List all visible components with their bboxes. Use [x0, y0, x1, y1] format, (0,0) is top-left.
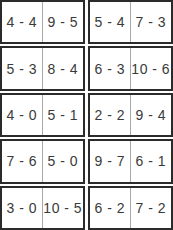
problem-cell: 3 - 0	[2, 188, 43, 228]
flashcard-sheet: 4 - 4 9 - 5 5 - 4 7 - 3 5 - 3 8 - 4 6 - …	[0, 0, 173, 230]
problem-cell: 4 - 0	[2, 95, 43, 135]
flashcard: 6 - 2 7 - 2	[88, 186, 173, 230]
problem-cell: 7 - 2	[131, 188, 172, 228]
flashcard: 4 - 0 5 - 1	[0, 93, 85, 137]
flashcard: 3 - 0 10 - 5	[0, 186, 85, 230]
problem-cell: 8 - 4	[43, 48, 84, 88]
problem-cell: 9 - 7	[90, 141, 131, 181]
problem-cell: 7 - 3	[131, 2, 172, 42]
problem-cell: 7 - 6	[2, 141, 43, 181]
problem-cell: 9 - 4	[131, 95, 172, 135]
flashcard: 4 - 4 9 - 5	[0, 0, 85, 44]
flashcard: 5 - 4 7 - 3	[88, 0, 173, 44]
flashcard: 5 - 3 8 - 4	[0, 46, 85, 90]
problem-cell: 6 - 3	[90, 48, 131, 88]
problem-cell: 5 - 3	[2, 48, 43, 88]
problem-cell: 6 - 1	[131, 141, 172, 181]
problem-cell: 4 - 4	[2, 2, 43, 42]
flashcard: 9 - 7 6 - 1	[88, 139, 173, 183]
flashcard: 6 - 3 10 - 6	[88, 46, 173, 90]
problem-cell: 10 - 6	[131, 48, 172, 88]
problem-cell: 9 - 5	[43, 2, 84, 42]
problem-cell: 5 - 4	[90, 2, 131, 42]
problem-cell: 5 - 1	[43, 95, 84, 135]
flashcard: 7 - 6 5 - 0	[0, 139, 85, 183]
problem-cell: 6 - 2	[90, 188, 131, 228]
problem-cell: 10 - 5	[43, 188, 84, 228]
problem-cell: 5 - 0	[43, 141, 84, 181]
problem-cell: 2 - 2	[90, 95, 131, 135]
flashcard: 2 - 2 9 - 4	[88, 93, 173, 137]
